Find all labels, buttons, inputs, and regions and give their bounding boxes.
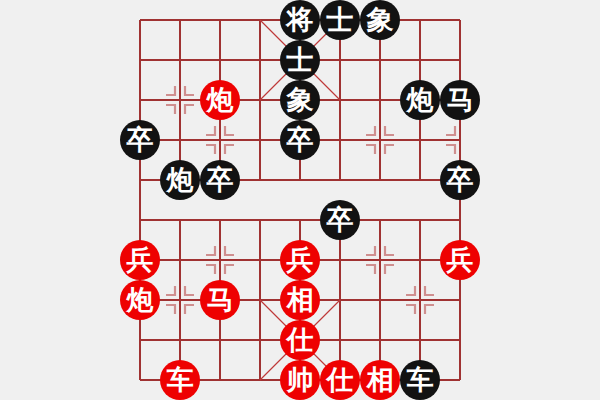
piece-black-chariot[interactable]: 车 (400, 360, 440, 400)
piece-red-soldier[interactable]: 兵 (440, 240, 480, 280)
piece-layer: 将士象士炮象炮马卒卒炮卒卒卒兵兵兵炮马相仕车帅仕相车 (120, 0, 480, 400)
piece-red-advisor[interactable]: 仕 (320, 360, 360, 400)
piece-red-elephant[interactable]: 相 (360, 360, 400, 400)
piece-black-advisor[interactable]: 士 (320, 0, 360, 40)
piece-red-soldier[interactable]: 兵 (280, 240, 320, 280)
piece-black-advisor[interactable]: 士 (280, 40, 320, 80)
piece-black-soldier[interactable]: 卒 (200, 160, 240, 200)
piece-black-elephant[interactable]: 象 (280, 80, 320, 120)
piece-black-general[interactable]: 将 (280, 0, 320, 40)
piece-red-soldier[interactable]: 兵 (120, 240, 160, 280)
piece-red-horse[interactable]: 马 (200, 280, 240, 320)
piece-black-soldier[interactable]: 卒 (280, 120, 320, 160)
piece-black-soldier[interactable]: 卒 (120, 120, 160, 160)
piece-black-elephant[interactable]: 象 (360, 0, 400, 40)
piece-red-advisor[interactable]: 仕 (280, 320, 320, 360)
piece-red-general[interactable]: 帅 (280, 360, 320, 400)
piece-black-cannon[interactable]: 炮 (160, 160, 200, 200)
piece-black-soldier[interactable]: 卒 (440, 160, 480, 200)
xiangqi-board: 将士象士炮象炮马卒卒炮卒卒卒兵兵兵炮马相仕车帅仕相车 (0, 0, 600, 400)
piece-black-cannon[interactable]: 炮 (400, 80, 440, 120)
piece-red-elephant[interactable]: 相 (280, 280, 320, 320)
piece-black-horse[interactable]: 马 (440, 80, 480, 120)
piece-red-cannon[interactable]: 炮 (200, 80, 240, 120)
piece-black-soldier[interactable]: 卒 (320, 200, 360, 240)
piece-red-chariot[interactable]: 车 (160, 360, 200, 400)
piece-red-cannon[interactable]: 炮 (120, 280, 160, 320)
